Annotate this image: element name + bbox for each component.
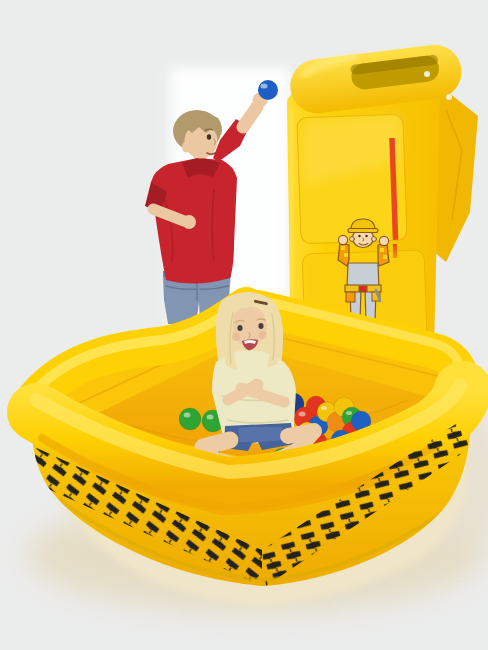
product-photo [0, 0, 488, 650]
girl-eye-left [237, 325, 242, 331]
tower-valve [424, 71, 430, 77]
bob-hand-left [338, 235, 347, 244]
girl-cheek-blush [232, 333, 240, 341]
bob-hand-right [379, 236, 388, 245]
girl-cheek-blush [259, 331, 267, 339]
boy-ear [182, 142, 190, 153]
girl-hand [236, 383, 249, 396]
tower-valve [446, 94, 452, 100]
ball-highlight [299, 412, 306, 417]
bob-shirt-check [344, 253, 348, 257]
held-blue-ball [258, 80, 278, 100]
held-ball-highlight [260, 83, 267, 88]
bob-belt-pouch-left [346, 292, 355, 302]
held-ball [258, 80, 278, 100]
bob-eye-right [365, 235, 367, 237]
girl-eye-right [258, 323, 263, 329]
ball-chute-window-lower [393, 244, 397, 258]
boy-eye [207, 134, 211, 140]
ball-highlight [346, 411, 352, 415]
bob-helmet-brim [348, 229, 378, 233]
boy-fist-left [182, 215, 196, 229]
bob-ear-right [372, 237, 377, 242]
bob-eye-left [358, 235, 360, 237]
bob-ear-left [350, 237, 355, 242]
bob-belt-buckle [359, 286, 367, 292]
play-ball [179, 408, 201, 430]
girl-shorts-wash [238, 427, 283, 443]
bob-shirt-check [383, 255, 387, 259]
ball-highlight [321, 406, 327, 410]
scene-canvas [0, 0, 488, 650]
girl-hand [251, 379, 264, 392]
bob-shirt-check [380, 248, 384, 252]
bob-shirt-check [341, 246, 345, 250]
ball-highlight [207, 415, 214, 420]
ball-highlight [184, 413, 191, 418]
bob-overalls [347, 263, 379, 288]
